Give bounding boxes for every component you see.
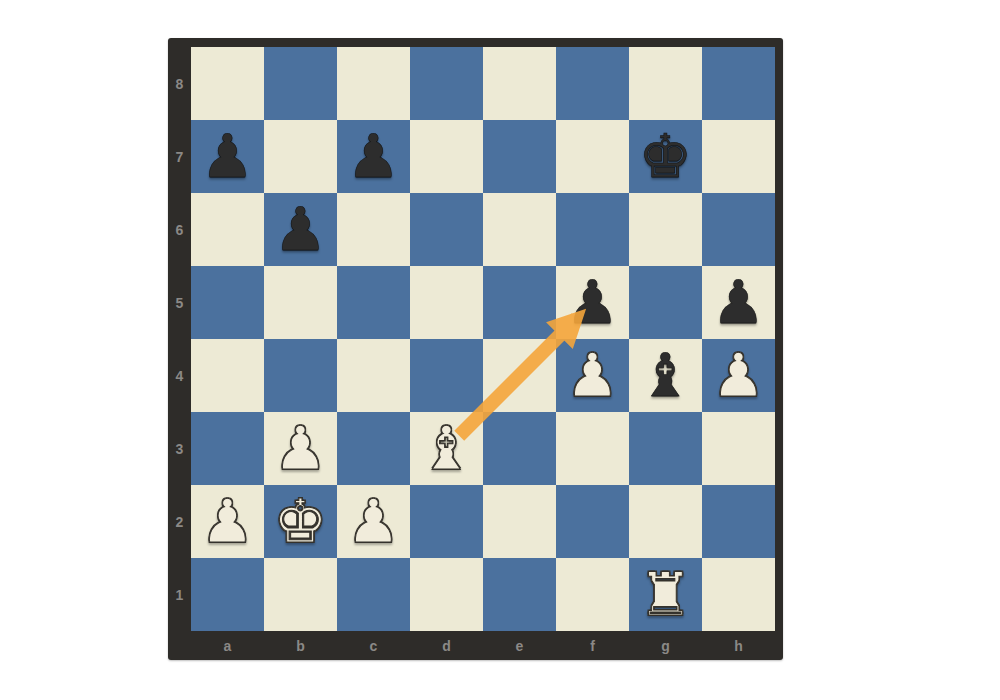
file-label-h: h: [702, 631, 775, 660]
piece-white-king-b2[interactable]: ♚: [274, 485, 328, 558]
piece-black-pawn-a7[interactable]: ♟: [201, 120, 255, 193]
square-h3[interactable]: [702, 412, 775, 485]
square-e6[interactable]: [483, 193, 556, 266]
file-label-a: a: [191, 631, 264, 660]
piece-white-pawn-f4[interactable]: ♟: [566, 339, 620, 412]
square-d1[interactable]: [410, 558, 483, 631]
square-g1[interactable]: ♜: [629, 558, 702, 631]
square-b2[interactable]: ♚: [264, 485, 337, 558]
square-g4[interactable]: ♝: [629, 339, 702, 412]
file-label-f: f: [556, 631, 629, 660]
piece-white-pawn-b3[interactable]: ♟: [274, 412, 328, 485]
square-g5[interactable]: [629, 266, 702, 339]
square-f6[interactable]: [556, 193, 629, 266]
file-label-g: g: [629, 631, 702, 660]
square-d5[interactable]: [410, 266, 483, 339]
square-b4[interactable]: [264, 339, 337, 412]
file-label-b: b: [264, 631, 337, 660]
piece-black-pawn-f5[interactable]: ♟: [566, 266, 620, 339]
file-label-e: e: [483, 631, 556, 660]
rank-label-6: 6: [168, 193, 191, 266]
square-f4[interactable]: ♟: [556, 339, 629, 412]
piece-black-pawn-h5[interactable]: ♟: [712, 266, 766, 339]
square-h4[interactable]: ♟: [702, 339, 775, 412]
square-f3[interactable]: [556, 412, 629, 485]
square-a6[interactable]: [191, 193, 264, 266]
square-c2[interactable]: ♟: [337, 485, 410, 558]
square-b3[interactable]: ♟: [264, 412, 337, 485]
rank-label-2: 2: [168, 485, 191, 558]
square-d3[interactable]: ♝: [410, 412, 483, 485]
piece-white-bishop-d3[interactable]: ♝: [420, 412, 474, 485]
square-h8[interactable]: [702, 47, 775, 120]
square-f1[interactable]: [556, 558, 629, 631]
square-f8[interactable]: [556, 47, 629, 120]
rank-label-7: 7: [168, 120, 191, 193]
square-b1[interactable]: [264, 558, 337, 631]
piece-white-pawn-c2[interactable]: ♟: [347, 485, 401, 558]
square-e8[interactable]: [483, 47, 556, 120]
rank-label-1: 1: [168, 558, 191, 631]
square-b7[interactable]: [264, 120, 337, 193]
piece-black-king-g7[interactable]: ♚: [639, 120, 693, 193]
square-c3[interactable]: [337, 412, 410, 485]
file-label-c: c: [337, 631, 410, 660]
square-d8[interactable]: [410, 47, 483, 120]
square-g7[interactable]: ♚: [629, 120, 702, 193]
chess-board-frame: 87654321 abcdefgh ♟♟♚♟♟♟♟♝♟♟♝♟♚♟♜: [168, 38, 783, 660]
rank-labels: 87654321: [168, 47, 191, 631]
square-a4[interactable]: [191, 339, 264, 412]
square-g6[interactable]: [629, 193, 702, 266]
chess-board: ♟♟♚♟♟♟♟♝♟♟♝♟♚♟♜: [191, 47, 775, 631]
piece-white-pawn-h4[interactable]: ♟: [712, 339, 766, 412]
square-g8[interactable]: [629, 47, 702, 120]
square-a2[interactable]: ♟: [191, 485, 264, 558]
square-d7[interactable]: [410, 120, 483, 193]
square-b8[interactable]: [264, 47, 337, 120]
square-d4[interactable]: [410, 339, 483, 412]
square-d2[interactable]: [410, 485, 483, 558]
square-b6[interactable]: ♟: [264, 193, 337, 266]
square-c5[interactable]: [337, 266, 410, 339]
square-a8[interactable]: [191, 47, 264, 120]
square-h5[interactable]: ♟: [702, 266, 775, 339]
file-labels: abcdefgh: [191, 631, 775, 660]
square-f7[interactable]: [556, 120, 629, 193]
square-a1[interactable]: [191, 558, 264, 631]
piece-black-pawn-c7[interactable]: ♟: [347, 120, 401, 193]
square-h6[interactable]: [702, 193, 775, 266]
rank-label-5: 5: [168, 266, 191, 339]
square-d6[interactable]: [410, 193, 483, 266]
square-a7[interactable]: ♟: [191, 120, 264, 193]
square-c1[interactable]: [337, 558, 410, 631]
square-h1[interactable]: [702, 558, 775, 631]
square-b5[interactable]: [264, 266, 337, 339]
square-e1[interactable]: [483, 558, 556, 631]
rank-label-8: 8: [168, 47, 191, 120]
square-e7[interactable]: [483, 120, 556, 193]
square-e5[interactable]: [483, 266, 556, 339]
square-f5[interactable]: ♟: [556, 266, 629, 339]
piece-black-bishop-g4[interactable]: ♝: [639, 339, 693, 412]
square-h2[interactable]: [702, 485, 775, 558]
rank-label-3: 3: [168, 412, 191, 485]
piece-white-pawn-a2[interactable]: ♟: [201, 485, 255, 558]
square-c7[interactable]: ♟: [337, 120, 410, 193]
square-g3[interactable]: [629, 412, 702, 485]
square-g2[interactable]: [629, 485, 702, 558]
square-a5[interactable]: [191, 266, 264, 339]
square-c4[interactable]: [337, 339, 410, 412]
square-e4[interactable]: [483, 339, 556, 412]
page-background: 87654321 abcdefgh ♟♟♚♟♟♟♟♝♟♟♝♟♚♟♜: [0, 0, 1000, 700]
piece-black-pawn-b6[interactable]: ♟: [274, 193, 328, 266]
square-a3[interactable]: [191, 412, 264, 485]
piece-white-rook-g1[interactable]: ♜: [639, 558, 693, 631]
square-h7[interactable]: [702, 120, 775, 193]
square-e3[interactable]: [483, 412, 556, 485]
rank-label-4: 4: [168, 339, 191, 412]
file-label-d: d: [410, 631, 483, 660]
square-e2[interactable]: [483, 485, 556, 558]
square-c6[interactable]: [337, 193, 410, 266]
square-f2[interactable]: [556, 485, 629, 558]
square-c8[interactable]: [337, 47, 410, 120]
